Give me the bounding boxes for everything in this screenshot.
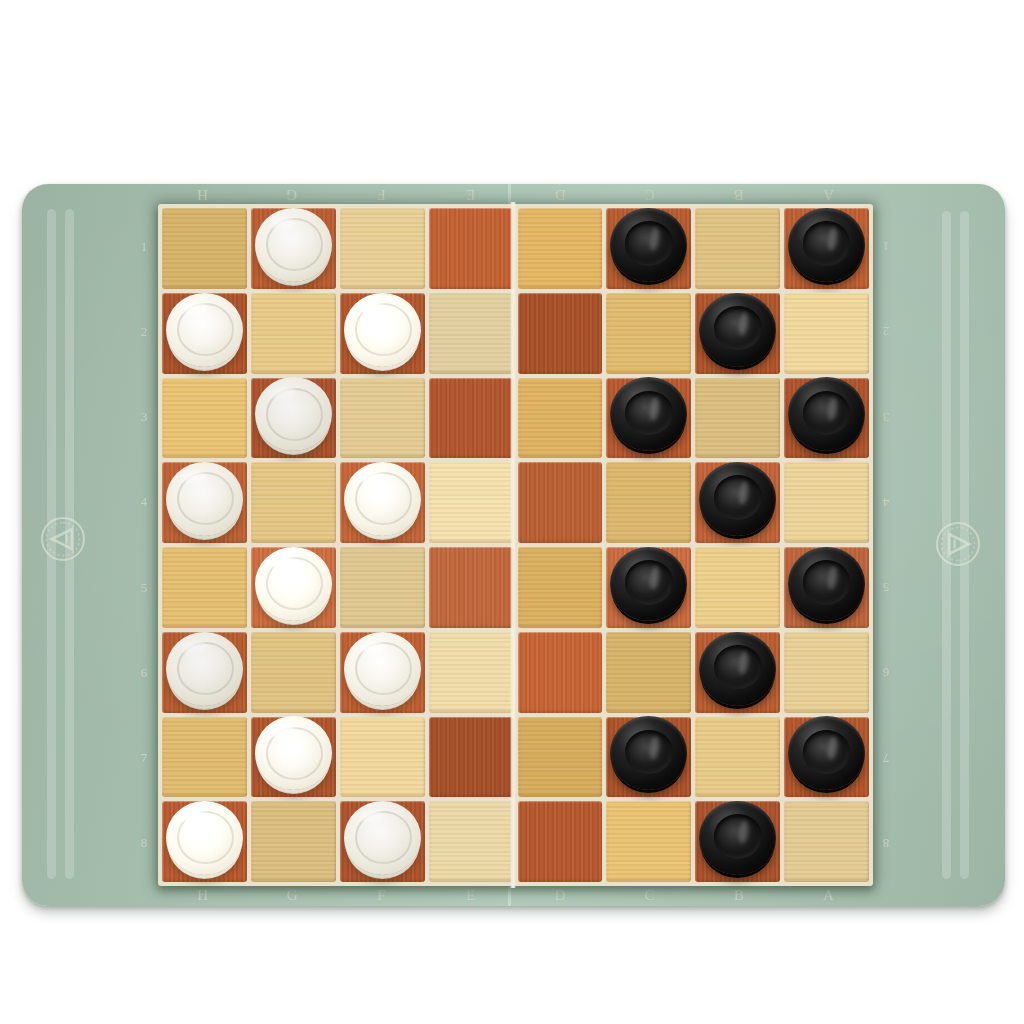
piece-white-G7[interactable] (255, 716, 332, 790)
file-label-C: C (605, 185, 694, 205)
square-D8[interactable] (518, 801, 603, 882)
file-label-H: H (158, 185, 247, 205)
brand-logo-icon (39, 515, 87, 563)
rank-label-5: 5 (875, 545, 897, 630)
checkers-board[interactable] (158, 204, 873, 886)
square-G4[interactable] (251, 462, 336, 543)
rank-label-6: 6 (133, 630, 155, 715)
square-E4[interactable] (429, 462, 514, 543)
square-B1[interactable] (695, 208, 780, 289)
file-label-E: E (426, 185, 515, 205)
square-C4[interactable] (606, 462, 691, 543)
square-A6[interactable] (784, 632, 869, 713)
piece-black-A7[interactable] (788, 716, 865, 790)
ranks-left: 12345678 (133, 204, 155, 886)
square-F5[interactable] (340, 547, 425, 628)
square-C5[interactable] (606, 547, 691, 628)
rank-label-7: 7 (133, 716, 155, 801)
piece-black-A1[interactable] (788, 208, 865, 282)
piece-white-G3[interactable] (255, 377, 332, 451)
square-E3[interactable] (429, 378, 514, 459)
square-E7[interactable] (429, 717, 514, 798)
rank-label-2: 2 (875, 289, 897, 374)
game-mat: HGFEDCBA HGFEDCBA 12345678 12345678 (22, 184, 1005, 906)
file-label-F: F (337, 885, 426, 905)
square-H1[interactable] (162, 208, 247, 289)
piece-white-H2[interactable] (166, 293, 243, 367)
square-B2[interactable] (695, 293, 780, 374)
rank-label-1: 1 (133, 204, 155, 289)
square-G3[interactable] (251, 378, 336, 459)
square-E5[interactable] (429, 547, 514, 628)
square-D2[interactable] (518, 293, 603, 374)
square-B5[interactable] (695, 547, 780, 628)
square-H8[interactable] (162, 801, 247, 882)
square-B8[interactable] (695, 801, 780, 882)
square-E6[interactable] (429, 632, 514, 713)
square-G5[interactable] (251, 547, 336, 628)
square-F1[interactable] (340, 208, 425, 289)
square-F7[interactable] (340, 717, 425, 798)
piece-black-A5[interactable] (788, 547, 865, 621)
rank-label-2: 2 (133, 289, 155, 374)
square-C6[interactable] (606, 632, 691, 713)
square-A5[interactable] (784, 547, 869, 628)
square-C8[interactable] (606, 801, 691, 882)
photo-stage: HGFEDCBA HGFEDCBA 12345678 12345678 (0, 0, 1024, 1024)
ranks-right: 12345678 (875, 204, 897, 886)
square-F4[interactable] (340, 462, 425, 543)
square-H3[interactable] (162, 378, 247, 459)
file-label-G: G (247, 885, 336, 905)
piece-white-F4[interactable] (344, 462, 421, 536)
rank-label-8: 8 (133, 801, 155, 886)
piece-black-B2[interactable] (699, 293, 776, 367)
rank-label-5: 5 (133, 545, 155, 630)
square-B3[interactable] (695, 378, 780, 459)
piece-black-C3[interactable] (610, 377, 687, 451)
square-C3[interactable] (606, 378, 691, 459)
file-label-A: A (784, 885, 873, 905)
file-label-C: C (605, 885, 694, 905)
piece-black-C1[interactable] (610, 208, 687, 282)
square-H2[interactable] (162, 293, 247, 374)
square-B6[interactable] (695, 632, 780, 713)
file-label-F: F (337, 185, 426, 205)
square-F8[interactable] (340, 801, 425, 882)
square-G1[interactable] (251, 208, 336, 289)
files-top: HGFEDCBA (158, 185, 873, 205)
file-label-E: E (426, 885, 515, 905)
square-H7[interactable] (162, 717, 247, 798)
piece-black-C5[interactable] (610, 547, 687, 621)
piece-black-B6[interactable] (699, 632, 776, 706)
piece-black-A3[interactable] (788, 377, 865, 451)
piece-white-F2[interactable] (344, 293, 421, 367)
file-label-D: D (516, 885, 605, 905)
square-C2[interactable] (606, 293, 691, 374)
square-A4[interactable] (784, 462, 869, 543)
piece-black-B4[interactable] (699, 462, 776, 536)
square-D1[interactable] (518, 208, 603, 289)
rank-label-1: 1 (875, 204, 897, 289)
rank-label-6: 6 (875, 630, 897, 715)
file-label-D: D (516, 185, 605, 205)
square-A2[interactable] (784, 293, 869, 374)
square-C1[interactable] (606, 208, 691, 289)
square-A7[interactable] (784, 717, 869, 798)
square-F6[interactable] (340, 632, 425, 713)
piece-white-H8[interactable] (166, 801, 243, 875)
files-bottom: HGFEDCBA (158, 885, 873, 905)
square-A3[interactable] (784, 378, 869, 459)
square-F3[interactable] (340, 378, 425, 459)
square-D6[interactable] (518, 632, 603, 713)
square-C7[interactable] (606, 717, 691, 798)
piece-white-H6[interactable] (166, 632, 243, 706)
rank-label-4: 4 (133, 460, 155, 545)
square-A8[interactable] (784, 801, 869, 882)
square-D5[interactable] (518, 547, 603, 628)
square-B4[interactable] (695, 462, 780, 543)
square-G2[interactable] (251, 293, 336, 374)
piece-white-G5[interactable] (255, 547, 332, 621)
square-H6[interactable] (162, 632, 247, 713)
file-label-G: G (247, 185, 336, 205)
square-A1[interactable] (784, 208, 869, 289)
piece-white-H4[interactable] (166, 462, 243, 536)
square-F2[interactable] (340, 293, 425, 374)
brand-logo-icon (934, 520, 982, 568)
file-label-B: B (694, 885, 783, 905)
rank-label-8: 8 (875, 801, 897, 886)
rank-label-3: 3 (133, 375, 155, 460)
piece-white-F6[interactable] (344, 632, 421, 706)
square-G8[interactable] (251, 801, 336, 882)
square-G6[interactable] (251, 632, 336, 713)
square-B7[interactable] (695, 717, 780, 798)
piece-white-G1[interactable] (255, 208, 332, 282)
square-E8[interactable] (429, 801, 514, 882)
piece-white-F8[interactable] (344, 801, 421, 875)
square-E1[interactable] (429, 208, 514, 289)
piece-black-B8[interactable] (699, 801, 776, 875)
file-label-B: B (694, 185, 783, 205)
rank-label-3: 3 (875, 375, 897, 460)
square-G7[interactable] (251, 717, 336, 798)
rank-label-7: 7 (875, 716, 897, 801)
square-E2[interactable] (429, 293, 514, 374)
square-H5[interactable] (162, 547, 247, 628)
rank-label-4: 4 (875, 460, 897, 545)
square-D4[interactable] (518, 462, 603, 543)
square-D3[interactable] (518, 378, 603, 459)
piece-black-C7[interactable] (610, 716, 687, 790)
square-D7[interactable] (518, 717, 603, 798)
square-H4[interactable] (162, 462, 247, 543)
file-label-H: H (158, 885, 247, 905)
file-label-A: A (784, 185, 873, 205)
